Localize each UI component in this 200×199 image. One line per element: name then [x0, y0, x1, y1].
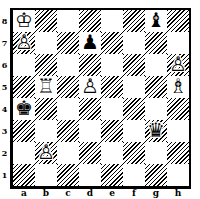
square-h7[interactable]: [167, 32, 189, 54]
piece-black-king[interactable]: ♚: [13, 96, 35, 120]
square-e7[interactable]: [101, 32, 123, 54]
square-e4[interactable]: [101, 98, 123, 120]
square-a4[interactable]: ♚: [13, 98, 35, 120]
piece-white-pawn[interactable]: ♙: [13, 30, 35, 54]
square-c3[interactable]: [57, 120, 79, 142]
square-c4[interactable]: [57, 98, 79, 120]
square-e5[interactable]: [101, 76, 123, 98]
square-e2[interactable]: [101, 142, 123, 164]
square-d2[interactable]: [79, 142, 101, 164]
square-e8[interactable]: [101, 10, 123, 32]
square-f3[interactable]: [123, 120, 145, 142]
square-g1[interactable]: [145, 164, 167, 186]
square-d4[interactable]: [79, 98, 101, 120]
square-b4[interactable]: [35, 98, 57, 120]
square-f6[interactable]: [123, 54, 145, 76]
square-h2[interactable]: [167, 142, 189, 164]
square-f5[interactable]: [123, 76, 145, 98]
square-g2[interactable]: [145, 142, 167, 164]
square-d7[interactable]: ♟: [79, 32, 101, 54]
chess-board: ♔♝♙♟♙♖♙♗♚♛♙: [10, 8, 191, 189]
square-b7[interactable]: [35, 32, 57, 54]
square-a3[interactable]: [13, 120, 35, 142]
square-g7[interactable]: [145, 32, 167, 54]
square-h6[interactable]: ♙: [167, 54, 189, 76]
piece-black-bishop[interactable]: ♝: [145, 8, 167, 32]
chess-diagram: ♔♝♙♟♙♖♙♗♚♛♙ 87654321 abcdefgh: [0, 0, 200, 199]
square-c6[interactable]: [57, 54, 79, 76]
square-c5[interactable]: [57, 76, 79, 98]
square-d5[interactable]: ♙: [79, 76, 101, 98]
square-f8[interactable]: [123, 10, 145, 32]
square-b3[interactable]: [35, 120, 57, 142]
file-label-g: g: [145, 188, 167, 199]
piece-white-pawn[interactable]: ♙: [79, 74, 101, 98]
square-c2[interactable]: [57, 142, 79, 164]
square-c1[interactable]: [57, 164, 79, 186]
square-b2[interactable]: ♙: [35, 142, 57, 164]
piece-white-king[interactable]: ♔: [13, 8, 35, 32]
file-label-h: h: [167, 188, 189, 199]
square-a5[interactable]: [13, 76, 35, 98]
square-a1[interactable]: [13, 164, 35, 186]
square-g4[interactable]: [145, 98, 167, 120]
rank-label-8: 8: [0, 10, 9, 32]
square-a7[interactable]: ♙: [13, 32, 35, 54]
rank-label-3: 3: [0, 120, 9, 142]
file-label-c: c: [57, 188, 79, 199]
file-label-e: e: [101, 188, 123, 199]
piece-white-pawn[interactable]: ♙: [35, 140, 57, 164]
square-f1[interactable]: [123, 164, 145, 186]
piece-white-rook[interactable]: ♖: [35, 74, 57, 98]
square-f2[interactable]: [123, 142, 145, 164]
square-c8[interactable]: [57, 10, 79, 32]
square-h4[interactable]: [167, 98, 189, 120]
square-d8[interactable]: [79, 10, 101, 32]
rank-label-4: 4: [0, 98, 9, 120]
square-a6[interactable]: [13, 54, 35, 76]
square-e3[interactable]: [101, 120, 123, 142]
square-b5[interactable]: ♖: [35, 76, 57, 98]
square-h1[interactable]: [167, 164, 189, 186]
square-e1[interactable]: [101, 164, 123, 186]
square-f7[interactable]: [123, 32, 145, 54]
square-g6[interactable]: [145, 54, 167, 76]
square-g3[interactable]: ♛: [145, 120, 167, 142]
square-f4[interactable]: [123, 98, 145, 120]
square-h3[interactable]: [167, 120, 189, 142]
square-c7[interactable]: [57, 32, 79, 54]
rank-label-7: 7: [0, 32, 9, 54]
square-h5[interactable]: ♗: [167, 76, 189, 98]
square-g8[interactable]: ♝: [145, 10, 167, 32]
file-label-a: a: [13, 188, 35, 199]
square-b1[interactable]: [35, 164, 57, 186]
rank-label-5: 5: [0, 76, 9, 98]
square-e6[interactable]: [101, 54, 123, 76]
piece-white-pawn[interactable]: ♙: [167, 52, 189, 76]
rank-label-1: 1: [0, 164, 9, 186]
square-d1[interactable]: [79, 164, 101, 186]
piece-black-pawn[interactable]: ♟: [79, 30, 101, 54]
rank-label-2: 2: [0, 142, 9, 164]
rank-label-6: 6: [0, 54, 9, 76]
file-label-d: d: [79, 188, 101, 199]
square-b6[interactable]: [35, 54, 57, 76]
square-d6[interactable]: [79, 54, 101, 76]
square-h8[interactable]: [167, 10, 189, 32]
file-label-f: f: [123, 188, 145, 199]
square-d3[interactable]: [79, 120, 101, 142]
square-b8[interactable]: [35, 10, 57, 32]
square-a2[interactable]: [13, 142, 35, 164]
piece-black-queen[interactable]: ♛: [145, 118, 167, 142]
piece-white-bishop[interactable]: ♗: [167, 74, 189, 98]
file-label-b: b: [35, 188, 57, 199]
square-g5[interactable]: [145, 76, 167, 98]
square-a8[interactable]: ♔: [13, 10, 35, 32]
